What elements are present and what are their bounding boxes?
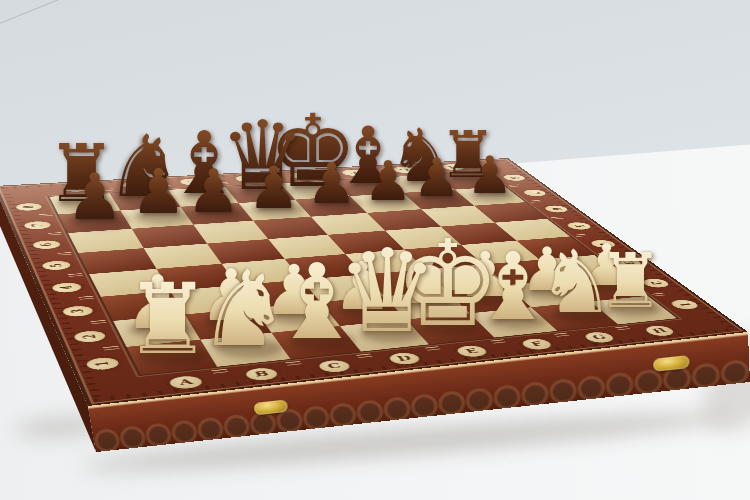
wall-seam-line bbox=[0, 0, 94, 27]
border-dash bbox=[529, 200, 540, 201]
piece-black-pawn-d7[interactable]: ♟ bbox=[247, 159, 299, 217]
brass-latch-left bbox=[253, 399, 288, 415]
border-dash bbox=[68, 273, 82, 275]
piece-white-rook-a1[interactable]: ♜ bbox=[124, 271, 212, 369]
coordinate-label-8: 8 bbox=[15, 203, 43, 212]
piece-black-pawn-h7[interactable]: ♟ bbox=[467, 150, 513, 202]
chess-set-photo: AABBCCDDEEFFGGHH1122334455667788 ♜♞♝♛♚♝♞… bbox=[0, 0, 750, 500]
piece-black-pawn-a7[interactable]: ♟ bbox=[66, 165, 123, 229]
border-dash bbox=[79, 296, 94, 298]
piece-black-pawn-b7[interactable]: ♟ bbox=[131, 163, 187, 225]
border-dash bbox=[48, 232, 61, 234]
piece-black-pawn-c7[interactable]: ♟ bbox=[187, 161, 241, 221]
piece-black-pawn-e7[interactable]: ♟ bbox=[306, 156, 357, 212]
border-dash bbox=[103, 346, 119, 348]
piece-black-pawn-g7[interactable]: ♟ bbox=[413, 152, 461, 205]
coordinate-label-7: 7 bbox=[23, 221, 52, 230]
border-dash bbox=[90, 320, 105, 322]
piece-black-pawn-f7[interactable]: ♟ bbox=[363, 154, 412, 209]
border-dash bbox=[551, 217, 562, 218]
border-dash bbox=[615, 326, 628, 328]
border-dash bbox=[58, 252, 72, 254]
brass-latch-right bbox=[653, 355, 690, 372]
